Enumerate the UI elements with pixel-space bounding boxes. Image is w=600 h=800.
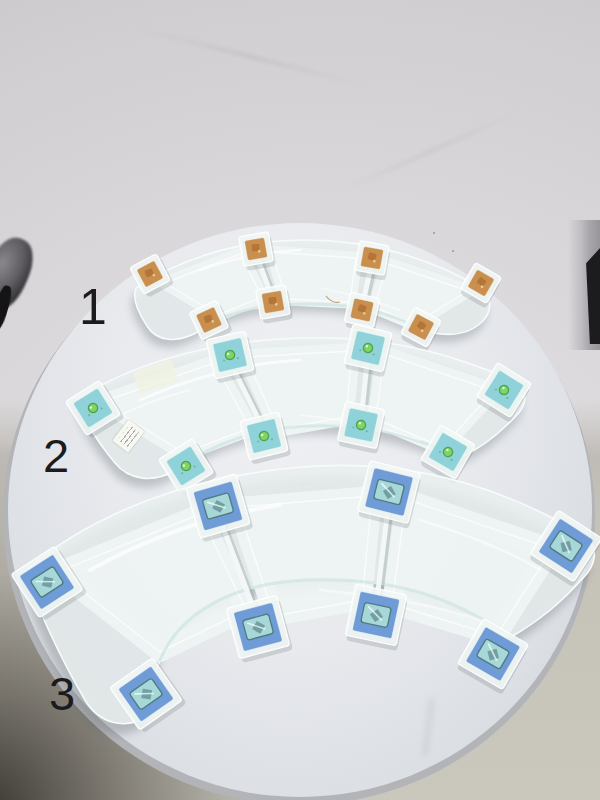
label-dish-2: 2 xyxy=(43,432,69,479)
dish-3 xyxy=(11,460,600,734)
dish-1 xyxy=(130,231,504,352)
photo-stage: 1 2 3 xyxy=(0,0,600,800)
label-dish-1: 1 xyxy=(79,282,107,332)
dishes-artwork xyxy=(0,0,600,800)
label-dish-3: 3 xyxy=(49,670,75,717)
aqua-tile xyxy=(336,401,386,454)
amber-tile xyxy=(354,241,392,281)
blue-tile xyxy=(344,584,409,651)
amber-tile xyxy=(239,231,277,271)
